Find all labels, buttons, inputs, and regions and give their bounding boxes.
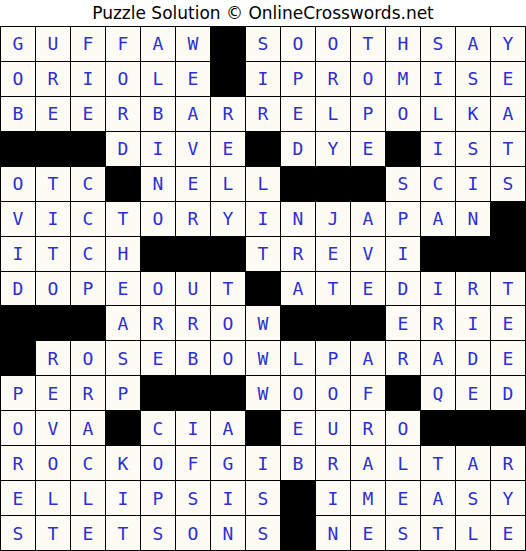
letter-cell: A: [211, 411, 245, 445]
letter-cell: I: [316, 481, 350, 515]
letter-cell: A: [421, 202, 455, 236]
letter-cell: Y: [211, 202, 245, 236]
letter-cell: I: [421, 272, 455, 306]
letter-cell: T: [106, 516, 140, 550]
letter-cell: N: [281, 202, 315, 236]
black-cell: [246, 411, 280, 445]
letter-cell: E: [106, 272, 140, 306]
letter-cell: B: [141, 97, 175, 131]
letter-cell: E: [491, 341, 525, 375]
letter-cell: P: [71, 272, 105, 306]
letter-cell: L: [316, 97, 350, 131]
letter-cell: B: [281, 446, 315, 480]
letter-cell: O: [316, 27, 350, 61]
letter-cell: D: [1, 272, 35, 306]
letter-cell: R: [386, 341, 420, 375]
letter-cell: L: [36, 481, 70, 515]
letter-cell: O: [386, 97, 420, 131]
black-cell: [176, 237, 210, 271]
letter-cell: V: [1, 202, 35, 236]
letter-cell: K: [106, 446, 140, 480]
letter-cell: I: [36, 202, 70, 236]
letter-cell: R: [351, 411, 385, 445]
letter-cell: U: [316, 411, 350, 445]
letter-cell: T: [491, 272, 525, 306]
letter-cell: I: [106, 481, 140, 515]
letter-cell: O: [211, 341, 245, 375]
letter-cell: W: [176, 27, 210, 61]
letter-cell: O: [1, 411, 35, 445]
letter-cell: E: [456, 376, 490, 410]
black-cell: [281, 306, 315, 340]
black-cell: [211, 62, 245, 96]
letter-cell: F: [71, 27, 105, 61]
letter-cell: E: [36, 376, 70, 410]
letter-cell: W: [246, 376, 280, 410]
letter-cell: R: [491, 446, 525, 480]
letter-cell: G: [1, 27, 35, 61]
letter-cell: P: [316, 341, 350, 375]
letter-cell: C: [141, 411, 175, 445]
letter-cell: R: [281, 237, 315, 271]
letter-cell: O: [106, 62, 140, 96]
letter-cell: N: [316, 516, 350, 550]
letter-cell: G: [211, 446, 245, 480]
letter-cell: O: [351, 62, 385, 96]
letter-cell: S: [246, 27, 280, 61]
letter-cell: V: [351, 237, 385, 271]
letter-cell: P: [386, 202, 420, 236]
letter-cell: D: [386, 272, 420, 306]
letter-cell: A: [456, 27, 490, 61]
letter-cell: O: [141, 446, 175, 480]
letter-cell: E: [281, 97, 315, 131]
letter-cell: E: [211, 132, 245, 166]
black-cell: [491, 202, 525, 236]
letter-cell: S: [106, 341, 140, 375]
letter-cell: A: [456, 446, 490, 480]
letter-cell: E: [386, 481, 420, 515]
letter-cell: S: [456, 481, 490, 515]
black-cell: [1, 306, 35, 340]
letter-cell: S: [1, 516, 35, 550]
letter-cell: R: [141, 306, 175, 340]
letter-cell: L: [141, 62, 175, 96]
black-cell: [281, 481, 315, 515]
letter-cell: A: [421, 341, 455, 375]
letter-cell: A: [106, 306, 140, 340]
black-cell: [1, 132, 35, 166]
black-cell: [106, 167, 140, 201]
letter-cell: D: [281, 132, 315, 166]
black-cell: [491, 411, 525, 445]
letter-cell: M: [351, 481, 385, 515]
letter-cell: E: [281, 411, 315, 445]
letter-cell: S: [456, 62, 490, 96]
letter-cell: A: [71, 411, 105, 445]
letter-cell: N: [456, 202, 490, 236]
letter-cell: O: [211, 306, 245, 340]
letter-cell: C: [71, 202, 105, 236]
letter-cell: L: [71, 481, 105, 515]
black-cell: [246, 132, 280, 166]
letter-cell: E: [386, 306, 420, 340]
letter-cell: P: [141, 481, 175, 515]
letter-cell: A: [351, 446, 385, 480]
letter-cell: I: [141, 132, 175, 166]
letter-cell: I: [246, 446, 280, 480]
letter-cell: K: [456, 97, 490, 131]
letter-cell: R: [246, 97, 280, 131]
letter-cell: F: [351, 376, 385, 410]
letter-cell: A: [176, 97, 210, 131]
letter-cell: O: [36, 272, 70, 306]
letter-cell: E: [351, 132, 385, 166]
letter-cell: O: [1, 167, 35, 201]
letter-cell: O: [281, 27, 315, 61]
letter-cell: S: [176, 481, 210, 515]
letter-cell: O: [281, 376, 315, 410]
letter-cell: D: [491, 376, 525, 410]
black-cell: [386, 132, 420, 166]
letter-cell: R: [1, 446, 35, 480]
black-cell: [211, 27, 245, 61]
letter-cell: I: [456, 306, 490, 340]
black-cell: [71, 132, 105, 166]
black-cell: [316, 167, 350, 201]
letter-cell: E: [351, 272, 385, 306]
black-cell: [36, 306, 70, 340]
letter-cell: C: [71, 237, 105, 271]
letter-cell: S: [491, 167, 525, 201]
letter-cell: R: [71, 376, 105, 410]
letter-cell: L: [456, 516, 490, 550]
black-cell: [421, 237, 455, 271]
letter-cell: P: [351, 97, 385, 131]
letter-cell: I: [176, 411, 210, 445]
letter-cell: T: [211, 272, 245, 306]
letter-cell: T: [36, 516, 70, 550]
letter-cell: Q: [421, 376, 455, 410]
letter-cell: T: [246, 237, 280, 271]
letter-cell: O: [71, 341, 105, 375]
page-title: Puzzle Solution © OnlineCrosswords.net: [0, 0, 526, 26]
letter-cell: R: [36, 62, 70, 96]
letter-cell: T: [421, 516, 455, 550]
letter-cell: L: [211, 167, 245, 201]
letter-cell: W: [246, 341, 280, 375]
black-cell: [386, 376, 420, 410]
black-cell: [141, 376, 175, 410]
letter-cell: E: [491, 62, 525, 96]
letter-cell: E: [491, 306, 525, 340]
letter-cell: S: [421, 27, 455, 61]
letter-cell: T: [36, 237, 70, 271]
letter-cell: T: [421, 446, 455, 480]
letter-cell: I: [246, 202, 280, 236]
letter-cell: P: [1, 376, 35, 410]
black-cell: [456, 237, 490, 271]
letter-cell: L: [386, 446, 420, 480]
letter-cell: O: [176, 516, 210, 550]
letter-cell: E: [176, 62, 210, 96]
letter-cell: H: [386, 27, 420, 61]
letter-cell: I: [71, 62, 105, 96]
letter-cell: T: [491, 132, 525, 166]
black-cell: [246, 272, 280, 306]
letter-cell: O: [386, 411, 420, 445]
black-cell: [316, 306, 350, 340]
letter-cell: E: [351, 516, 385, 550]
letter-cell: E: [36, 97, 70, 131]
letter-cell: R: [106, 97, 140, 131]
letter-cell: E: [71, 516, 105, 550]
letter-cell: U: [176, 272, 210, 306]
letter-cell: R: [316, 62, 350, 96]
letter-cell: S: [141, 516, 175, 550]
letter-cell: O: [141, 272, 175, 306]
letter-cell: R: [176, 306, 210, 340]
letter-cell: I: [211, 481, 245, 515]
letter-cell: F: [176, 446, 210, 480]
letter-cell: E: [176, 167, 210, 201]
letter-cell: E: [141, 341, 175, 375]
letter-cell: B: [176, 341, 210, 375]
letter-cell: R: [176, 202, 210, 236]
letter-cell: B: [1, 97, 35, 131]
black-cell: [36, 132, 70, 166]
letter-cell: A: [351, 202, 385, 236]
letter-cell: A: [491, 97, 525, 131]
letter-cell: O: [316, 376, 350, 410]
letter-cell: T: [316, 272, 350, 306]
letter-cell: W: [246, 306, 280, 340]
letter-cell: L: [246, 167, 280, 201]
letter-cell: O: [141, 202, 175, 236]
letter-cell: I: [421, 132, 455, 166]
letter-cell: R: [421, 306, 455, 340]
letter-cell: T: [351, 27, 385, 61]
letter-cell: V: [176, 132, 210, 166]
crossword-grid: GUFFAWSOOTHSAYORIOLEIPROMISEBEERBARRELPO…: [0, 26, 526, 551]
letter-cell: R: [211, 97, 245, 131]
black-cell: [1, 341, 35, 375]
letter-cell: A: [421, 481, 455, 515]
letter-cell: P: [281, 62, 315, 96]
letter-cell: F: [106, 27, 140, 61]
letter-cell: S: [456, 132, 490, 166]
letter-cell: C: [71, 446, 105, 480]
black-cell: [106, 411, 140, 445]
letter-cell: C: [421, 167, 455, 201]
letter-cell: A: [141, 27, 175, 61]
black-cell: [176, 376, 210, 410]
letter-cell: S: [246, 481, 280, 515]
letter-cell: E: [491, 516, 525, 550]
letter-cell: Y: [491, 481, 525, 515]
letter-cell: S: [386, 516, 420, 550]
letter-cell: A: [281, 272, 315, 306]
letter-cell: I: [456, 167, 490, 201]
letter-cell: N: [211, 516, 245, 550]
letter-cell: O: [1, 62, 35, 96]
letter-cell: R: [36, 341, 70, 375]
letter-cell: E: [316, 237, 350, 271]
letter-cell: Y: [491, 27, 525, 61]
black-cell: [491, 237, 525, 271]
letter-cell: N: [141, 167, 175, 201]
black-cell: [211, 376, 245, 410]
letter-cell: I: [386, 237, 420, 271]
letter-cell: L: [281, 341, 315, 375]
letter-cell: D: [106, 132, 140, 166]
letter-cell: I: [246, 62, 280, 96]
black-cell: [281, 167, 315, 201]
letter-cell: T: [106, 202, 140, 236]
black-cell: [456, 411, 490, 445]
letter-cell: T: [36, 167, 70, 201]
letter-cell: U: [36, 27, 70, 61]
letter-cell: V: [36, 411, 70, 445]
letter-cell: O: [36, 446, 70, 480]
black-cell: [351, 167, 385, 201]
letter-cell: C: [71, 167, 105, 201]
black-cell: [421, 411, 455, 445]
letter-cell: E: [71, 97, 105, 131]
letter-cell: Y: [316, 132, 350, 166]
letter-cell: S: [246, 516, 280, 550]
letter-cell: R: [456, 272, 490, 306]
black-cell: [351, 306, 385, 340]
letter-cell: I: [421, 62, 455, 96]
letter-cell: S: [386, 167, 420, 201]
letter-cell: L: [421, 97, 455, 131]
letter-cell: P: [106, 376, 140, 410]
letter-cell: R: [316, 446, 350, 480]
letter-cell: M: [386, 62, 420, 96]
letter-cell: I: [1, 237, 35, 271]
black-cell: [211, 237, 245, 271]
letter-cell: H: [106, 237, 140, 271]
black-cell: [141, 237, 175, 271]
letter-cell: A: [351, 341, 385, 375]
letter-cell: E: [1, 481, 35, 515]
black-cell: [71, 306, 105, 340]
letter-cell: J: [316, 202, 350, 236]
letter-cell: D: [456, 341, 490, 375]
black-cell: [281, 516, 315, 550]
